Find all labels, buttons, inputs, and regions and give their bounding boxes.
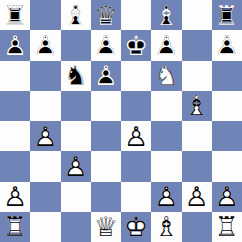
black-pawn-outline-icon: ♙ bbox=[212, 30, 242, 60]
square-f2[interactable]: ♟♙ bbox=[151, 182, 181, 212]
square-e8[interactable] bbox=[121, 0, 151, 30]
white-pawn-outline-icon: ♙ bbox=[121, 121, 151, 151]
piece-white-queen[interactable]: ♛♕ bbox=[91, 212, 121, 242]
piece-white-pawn[interactable]: ♟♙ bbox=[0, 182, 30, 212]
white-pawn-outline-icon: ♙ bbox=[61, 151, 91, 181]
piece-black-pawn[interactable]: ♟♙ bbox=[30, 30, 60, 60]
white-pawn-outline-icon: ♙ bbox=[182, 182, 212, 212]
square-g5[interactable]: ♝♗ bbox=[182, 91, 212, 121]
piece-black-pawn[interactable]: ♟♙ bbox=[212, 30, 242, 60]
square-f3[interactable] bbox=[151, 151, 181, 181]
square-b7[interactable]: ♟♙ bbox=[30, 30, 60, 60]
square-d3[interactable] bbox=[91, 151, 121, 181]
piece-black-rook[interactable]: ♜♖ bbox=[0, 0, 30, 30]
white-rook-outline-icon: ♖ bbox=[212, 212, 242, 242]
black-rook-outline-icon: ♖ bbox=[212, 0, 242, 30]
square-d4[interactable] bbox=[91, 121, 121, 151]
black-pawn-outline-icon: ♙ bbox=[91, 61, 121, 91]
white-pawn-outline-icon: ♙ bbox=[212, 182, 242, 212]
square-b4[interactable]: ♟♙ bbox=[30, 121, 60, 151]
square-h1[interactable]: ♜♖ bbox=[212, 212, 242, 242]
square-a5[interactable] bbox=[0, 91, 30, 121]
piece-black-pawn[interactable]: ♟♙ bbox=[0, 30, 30, 60]
square-a3[interactable] bbox=[0, 151, 30, 181]
square-c1[interactable] bbox=[61, 212, 91, 242]
square-f7[interactable]: ♟♙ bbox=[151, 30, 181, 60]
square-g3[interactable] bbox=[182, 151, 212, 181]
piece-black-bishop[interactable]: ♝♗ bbox=[151, 0, 181, 30]
white-pawn-outline-icon: ♙ bbox=[0, 182, 30, 212]
white-pawn-outline-icon: ♙ bbox=[30, 121, 60, 151]
square-g2[interactable]: ♟♙ bbox=[182, 182, 212, 212]
black-queen-outline-icon: ♕ bbox=[91, 0, 121, 30]
square-b5[interactable] bbox=[30, 91, 60, 121]
piece-black-knight[interactable]: ♞♘ bbox=[61, 61, 91, 91]
white-knight-outline-icon: ♘ bbox=[151, 61, 181, 91]
piece-white-pawn[interactable]: ♟♙ bbox=[61, 151, 91, 181]
square-c2[interactable] bbox=[61, 182, 91, 212]
square-h4[interactable] bbox=[212, 121, 242, 151]
square-h7[interactable]: ♟♙ bbox=[212, 30, 242, 60]
square-f4[interactable] bbox=[151, 121, 181, 151]
black-king-outline-icon: ♔ bbox=[121, 30, 151, 60]
piece-white-bishop[interactable]: ♝♗ bbox=[182, 91, 212, 121]
square-c7[interactable] bbox=[61, 30, 91, 60]
black-bishop-outline-icon: ♗ bbox=[61, 0, 91, 30]
square-h6[interactable] bbox=[212, 61, 242, 91]
black-pawn-outline-icon: ♙ bbox=[151, 30, 181, 60]
white-king-outline-icon: ♔ bbox=[121, 212, 151, 242]
square-d5[interactable] bbox=[91, 91, 121, 121]
square-a1[interactable]: ♜♖ bbox=[0, 212, 30, 242]
square-h3[interactable] bbox=[212, 151, 242, 181]
black-pawn-outline-icon: ♙ bbox=[91, 30, 121, 60]
piece-white-pawn[interactable]: ♟♙ bbox=[212, 182, 242, 212]
square-b2[interactable] bbox=[30, 182, 60, 212]
piece-black-rook[interactable]: ♜♖ bbox=[212, 0, 242, 30]
white-bishop-outline-icon: ♗ bbox=[182, 91, 212, 121]
square-e3[interactable] bbox=[121, 151, 151, 181]
square-d7[interactable]: ♟♙ bbox=[91, 30, 121, 60]
square-a6[interactable] bbox=[0, 61, 30, 91]
square-b6[interactable] bbox=[30, 61, 60, 91]
square-b8[interactable] bbox=[30, 0, 60, 30]
square-c5[interactable] bbox=[61, 91, 91, 121]
piece-black-queen[interactable]: ♛♕ bbox=[91, 0, 121, 30]
square-f6[interactable]: ♞♘ bbox=[151, 61, 181, 91]
black-rook-outline-icon: ♖ bbox=[0, 0, 30, 30]
square-g7[interactable] bbox=[182, 30, 212, 60]
square-c3[interactable]: ♟♙ bbox=[61, 151, 91, 181]
piece-white-pawn[interactable]: ♟♙ bbox=[30, 121, 60, 151]
square-g4[interactable] bbox=[182, 121, 212, 151]
square-a2[interactable]: ♟♙ bbox=[0, 182, 30, 212]
square-b1[interactable] bbox=[30, 212, 60, 242]
square-e5[interactable] bbox=[121, 91, 151, 121]
square-h2[interactable]: ♟♙ bbox=[212, 182, 242, 212]
square-d6[interactable]: ♟♙ bbox=[91, 61, 121, 91]
square-e7[interactable]: ♚♔ bbox=[121, 30, 151, 60]
piece-black-pawn[interactable]: ♟♙ bbox=[91, 30, 121, 60]
black-pawn-outline-icon: ♙ bbox=[0, 30, 30, 60]
piece-white-pawn[interactable]: ♟♙ bbox=[121, 121, 151, 151]
white-queen-outline-icon: ♕ bbox=[91, 212, 121, 242]
piece-black-bishop[interactable]: ♝♗ bbox=[61, 0, 91, 30]
white-rook-outline-icon: ♖ bbox=[0, 212, 30, 242]
piece-white-rook[interactable]: ♜♖ bbox=[0, 212, 30, 242]
square-f1[interactable]: ♝♗ bbox=[151, 212, 181, 242]
square-g8[interactable] bbox=[182, 0, 212, 30]
square-e2[interactable] bbox=[121, 182, 151, 212]
piece-black-pawn[interactable]: ♟♙ bbox=[91, 61, 121, 91]
square-b3[interactable] bbox=[30, 151, 60, 181]
square-g6[interactable] bbox=[182, 61, 212, 91]
chess-board: ♜♖♝♗♛♕♝♗♜♖♟♙♟♙♟♙♚♔♟♙♟♙♞♘♟♙♞♘♝♗♟♙♟♙♟♙♟♙♟♙… bbox=[0, 0, 242, 242]
square-d1[interactable]: ♛♕ bbox=[91, 212, 121, 242]
square-c4[interactable] bbox=[61, 121, 91, 151]
square-e1[interactable]: ♚♔ bbox=[121, 212, 151, 242]
black-knight-outline-icon: ♘ bbox=[61, 61, 91, 91]
square-g1[interactable] bbox=[182, 212, 212, 242]
square-c6[interactable]: ♞♘ bbox=[61, 61, 91, 91]
black-bishop-outline-icon: ♗ bbox=[151, 0, 181, 30]
piece-white-knight[interactable]: ♞♘ bbox=[151, 61, 181, 91]
white-pawn-outline-icon: ♙ bbox=[151, 182, 181, 212]
square-d2[interactable] bbox=[91, 182, 121, 212]
piece-white-pawn[interactable]: ♟♙ bbox=[151, 182, 181, 212]
square-c8[interactable]: ♝♗ bbox=[61, 0, 91, 30]
square-h8[interactable]: ♜♖ bbox=[212, 0, 242, 30]
square-a7[interactable]: ♟♙ bbox=[0, 30, 30, 60]
square-e4[interactable]: ♟♙ bbox=[121, 121, 151, 151]
square-a8[interactable]: ♜♖ bbox=[0, 0, 30, 30]
piece-black-pawn[interactable]: ♟♙ bbox=[151, 30, 181, 60]
square-h5[interactable] bbox=[212, 91, 242, 121]
piece-black-king[interactable]: ♚♔ bbox=[121, 30, 151, 60]
white-bishop-outline-icon: ♗ bbox=[151, 212, 181, 242]
square-a4[interactable] bbox=[0, 121, 30, 151]
square-f8[interactable]: ♝♗ bbox=[151, 0, 181, 30]
black-pawn-outline-icon: ♙ bbox=[30, 30, 60, 60]
square-e6[interactable] bbox=[121, 61, 151, 91]
piece-white-rook[interactable]: ♜♖ bbox=[212, 212, 242, 242]
square-d8[interactable]: ♛♕ bbox=[91, 0, 121, 30]
piece-white-pawn[interactable]: ♟♙ bbox=[182, 182, 212, 212]
piece-white-king[interactable]: ♚♔ bbox=[121, 212, 151, 242]
square-f5[interactable] bbox=[151, 91, 181, 121]
piece-white-bishop[interactable]: ♝♗ bbox=[151, 212, 181, 242]
